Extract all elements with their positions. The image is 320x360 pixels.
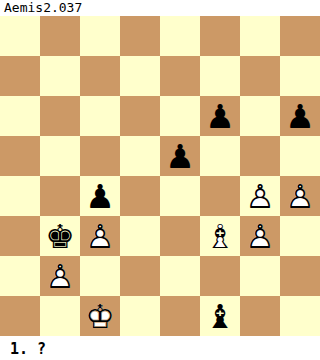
- square-h8[interactable]: [280, 16, 320, 56]
- square-c5[interactable]: [80, 136, 120, 176]
- piece-white-pawn: ♟♙: [240, 176, 280, 216]
- square-g5[interactable]: [240, 136, 280, 176]
- square-d5[interactable]: [120, 136, 160, 176]
- square-b1[interactable]: [40, 296, 80, 336]
- square-f3[interactable]: ♝♗: [200, 216, 240, 256]
- square-a2[interactable]: [0, 256, 40, 296]
- square-c4[interactable]: ♟: [80, 176, 120, 216]
- square-h1[interactable]: [280, 296, 320, 336]
- square-d8[interactable]: [120, 16, 160, 56]
- piece-white-pawn: ♟♙: [240, 216, 280, 256]
- square-g1[interactable]: [240, 296, 280, 336]
- move-number-prompt: 1. ?: [0, 336, 320, 358]
- square-d7[interactable]: [120, 56, 160, 96]
- square-e6[interactable]: [160, 96, 200, 136]
- square-a3[interactable]: [0, 216, 40, 256]
- square-a7[interactable]: [0, 56, 40, 96]
- square-d1[interactable]: [120, 296, 160, 336]
- piece-white-pawn: ♟♙: [40, 256, 80, 296]
- square-f4[interactable]: [200, 176, 240, 216]
- square-b3[interactable]: ♚: [40, 216, 80, 256]
- square-a8[interactable]: [0, 16, 40, 56]
- square-a6[interactable]: [0, 96, 40, 136]
- piece-white-pawn: ♟♙: [80, 216, 120, 256]
- square-c7[interactable]: [80, 56, 120, 96]
- square-e5[interactable]: ♟: [160, 136, 200, 176]
- square-f8[interactable]: [200, 16, 240, 56]
- square-e2[interactable]: [160, 256, 200, 296]
- square-c2[interactable]: [80, 256, 120, 296]
- square-b4[interactable]: [40, 176, 80, 216]
- square-e7[interactable]: [160, 56, 200, 96]
- piece-black-pawn: ♟: [200, 96, 240, 136]
- square-b5[interactable]: [40, 136, 80, 176]
- square-g2[interactable]: [240, 256, 280, 296]
- square-f2[interactable]: [200, 256, 240, 296]
- square-g4[interactable]: ♟♙: [240, 176, 280, 216]
- square-g6[interactable]: [240, 96, 280, 136]
- square-h6[interactable]: ♟: [280, 96, 320, 136]
- piece-white-pawn: ♟♙: [280, 176, 320, 216]
- square-h4[interactable]: ♟♙: [280, 176, 320, 216]
- square-g3[interactable]: ♟♙: [240, 216, 280, 256]
- piece-black-bishop: ♝: [200, 296, 240, 336]
- square-f6[interactable]: ♟: [200, 96, 240, 136]
- square-e3[interactable]: [160, 216, 200, 256]
- square-f1[interactable]: ♝: [200, 296, 240, 336]
- square-h2[interactable]: [280, 256, 320, 296]
- piece-white-king: ♚♔: [80, 296, 120, 336]
- square-b6[interactable]: [40, 96, 80, 136]
- square-c8[interactable]: [80, 16, 120, 56]
- chess-board: ♟♟♟♟♟♙♟♙♚♟♙♝♗♟♙♟♙♚♔♝: [0, 16, 320, 336]
- square-f5[interactable]: [200, 136, 240, 176]
- square-d4[interactable]: [120, 176, 160, 216]
- square-e4[interactable]: [160, 176, 200, 216]
- square-f7[interactable]: [200, 56, 240, 96]
- piece-black-king: ♚: [40, 216, 80, 256]
- square-e1[interactable]: [160, 296, 200, 336]
- square-c3[interactable]: ♟♙: [80, 216, 120, 256]
- square-d3[interactable]: [120, 216, 160, 256]
- square-h7[interactable]: [280, 56, 320, 96]
- square-c6[interactable]: [80, 96, 120, 136]
- piece-black-pawn: ♟: [280, 96, 320, 136]
- square-b7[interactable]: [40, 56, 80, 96]
- square-b2[interactable]: ♟♙: [40, 256, 80, 296]
- square-b8[interactable]: [40, 16, 80, 56]
- square-c1[interactable]: ♚♔: [80, 296, 120, 336]
- page-title: Aemis2.037: [0, 0, 320, 16]
- square-d2[interactable]: [120, 256, 160, 296]
- square-h5[interactable]: [280, 136, 320, 176]
- piece-white-bishop: ♝♗: [200, 216, 240, 256]
- square-g7[interactable]: [240, 56, 280, 96]
- square-a1[interactable]: [0, 296, 40, 336]
- piece-black-pawn: ♟: [80, 176, 120, 216]
- square-d6[interactable]: [120, 96, 160, 136]
- square-g8[interactable]: [240, 16, 280, 56]
- square-e8[interactable]: [160, 16, 200, 56]
- square-h3[interactable]: [280, 216, 320, 256]
- piece-black-pawn: ♟: [160, 136, 200, 176]
- square-a4[interactable]: [0, 176, 40, 216]
- square-a5[interactable]: [0, 136, 40, 176]
